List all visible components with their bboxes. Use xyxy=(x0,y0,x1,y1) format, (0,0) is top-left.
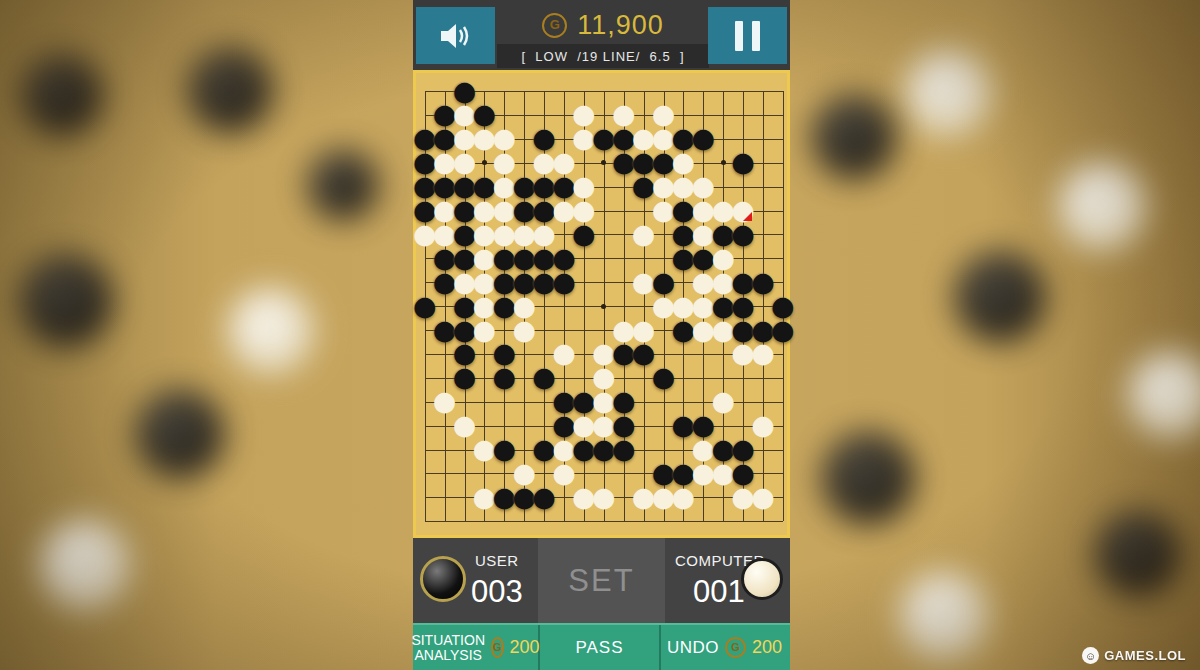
black-stone: ● xyxy=(493,365,515,389)
undo-button[interactable]: UNDO G 200 xyxy=(661,625,788,670)
games-lol-text: GAMES.LOL xyxy=(1104,648,1186,663)
white-stone: ● xyxy=(752,484,774,508)
black-stone: ● xyxy=(454,365,476,389)
black-stone: ● xyxy=(732,150,754,174)
white-stone: ● xyxy=(752,413,774,437)
computer-white-stone-avatar xyxy=(741,558,783,600)
white-stone: ● xyxy=(553,341,575,365)
white-stone: ● xyxy=(633,221,655,245)
black-stone: ● xyxy=(772,317,794,341)
coin-balance: G 11,900 xyxy=(503,4,703,46)
coin-icon: G xyxy=(542,13,567,38)
black-stone: ● xyxy=(653,365,675,389)
pause-icon xyxy=(735,21,760,51)
white-stone: ● xyxy=(752,341,774,365)
user-capture-count: 003 xyxy=(471,574,523,610)
user-label: USER xyxy=(475,552,519,569)
coin-icon: G xyxy=(725,637,746,658)
undo-label: UNDO xyxy=(667,638,719,658)
coin-amount: 11,900 xyxy=(577,10,664,41)
set-label: SET xyxy=(568,563,634,599)
coin-icon: G xyxy=(491,637,504,658)
user-black-stone-avatar xyxy=(420,556,466,602)
grid-line xyxy=(425,521,783,522)
white-stone: ● xyxy=(513,317,535,341)
sound-button[interactable] xyxy=(416,7,495,64)
action-bar: SITUATION ANALYSIS G 200 PASS UNDO G 200 xyxy=(413,623,790,670)
set-button[interactable]: SET xyxy=(538,538,665,623)
computer-side: COMPUTER 001 xyxy=(665,538,790,623)
undo-cost: 200 xyxy=(752,637,782,658)
black-stone: ● xyxy=(613,437,635,461)
situation-analysis-label: SITUATION ANALYSIS xyxy=(411,633,485,662)
pass-label: PASS xyxy=(575,638,623,658)
black-stone: ● xyxy=(533,484,555,508)
grid-line xyxy=(425,91,783,92)
board-panel: ●●●●●●●●●●●●●●●●●●●●●●●●●●●●●●●●●●●●●●●●… xyxy=(413,70,790,538)
white-stone: ● xyxy=(593,484,615,508)
star-point xyxy=(482,160,487,165)
go-board[interactable]: ●●●●●●●●●●●●●●●●●●●●●●●●●●●●●●●●●●●●●●●●… xyxy=(416,73,787,535)
game-mode-text: [ LOW /19 LINE/ 6.5 ] xyxy=(522,49,685,64)
star-point xyxy=(601,304,606,309)
games-lol-watermark: ☺ GAMES.LOL xyxy=(1082,647,1186,664)
black-stone: ● xyxy=(573,221,595,245)
player-panel: USER 003 SET COMPUTER 001 xyxy=(413,538,790,623)
situation-analysis-button[interactable]: SITUATION ANALYSIS G 200 xyxy=(413,625,540,670)
speaker-icon xyxy=(439,21,473,51)
user-side: USER 003 xyxy=(413,538,538,623)
pause-button[interactable] xyxy=(708,7,787,64)
go-app-window: G 11,900 [ LOW /19 LINE/ 6.5 ] ●●●●●●●●●… xyxy=(413,0,790,670)
games-lol-logo-icon: ☺ xyxy=(1082,647,1099,664)
analysis-cost: 200 xyxy=(510,637,540,658)
star-point xyxy=(721,160,726,165)
black-stone: ● xyxy=(732,221,754,245)
white-stone: ● xyxy=(712,389,734,413)
black-stone: ● xyxy=(692,126,714,150)
game-mode-strip: [ LOW /19 LINE/ 6.5 ] xyxy=(497,44,709,68)
last-move-marker xyxy=(743,212,752,221)
black-stone: ● xyxy=(553,269,575,293)
pass-button[interactable]: PASS xyxy=(540,625,661,670)
white-stone: ● xyxy=(672,484,694,508)
computer-capture-count: 001 xyxy=(693,574,745,610)
star-point xyxy=(601,160,606,165)
top-bar: G 11,900 [ LOW /19 LINE/ 6.5 ] xyxy=(413,0,790,70)
